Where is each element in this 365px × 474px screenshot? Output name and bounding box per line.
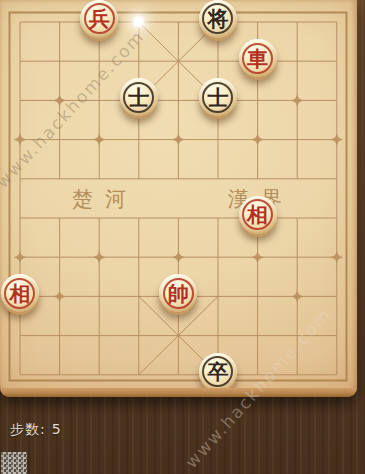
black-advisor-right-glyph: 士 xyxy=(207,87,228,108)
black-advisor-left-glyph: 士 xyxy=(128,87,149,108)
red-chariot-glyph: 車 xyxy=(247,48,268,69)
piece-black-advisor-right[interactable]: 士 xyxy=(199,78,237,116)
piece-red-general[interactable]: 帥 xyxy=(159,274,197,312)
red-soldier-glyph: 兵 xyxy=(89,8,110,29)
piece-grid: 兵将車士士相相帥卒 xyxy=(0,2,356,394)
piece-black-advisor-left[interactable]: 士 xyxy=(120,78,158,116)
qr-code-fragment xyxy=(1,452,27,474)
piece-black-general[interactable]: 将 xyxy=(199,0,237,38)
move-highlight-dot xyxy=(134,17,143,26)
step-counter: 步数:5 xyxy=(10,421,62,439)
piece-red-elephant-left[interactable]: 相 xyxy=(1,274,39,312)
red-general-glyph: 帥 xyxy=(168,283,189,304)
red-elephant-left-glyph: 相 xyxy=(9,283,30,304)
step-counter-label: 步数: xyxy=(10,421,46,437)
black-soldier-glyph: 卒 xyxy=(207,361,228,382)
xiangqi-board: 楚河 漢界 兵将車士士相相帥卒 xyxy=(0,0,357,397)
piece-red-soldier[interactable]: 兵 xyxy=(80,0,118,38)
black-general-glyph: 将 xyxy=(207,8,228,29)
piece-red-chariot[interactable]: 車 xyxy=(239,39,277,77)
piece-black-soldier[interactable]: 卒 xyxy=(199,353,237,391)
board-front-edge xyxy=(0,388,357,397)
red-elephant-right-glyph: 相 xyxy=(247,204,268,225)
step-counter-value: 5 xyxy=(52,421,62,437)
piece-red-elephant-right[interactable]: 相 xyxy=(239,196,277,234)
